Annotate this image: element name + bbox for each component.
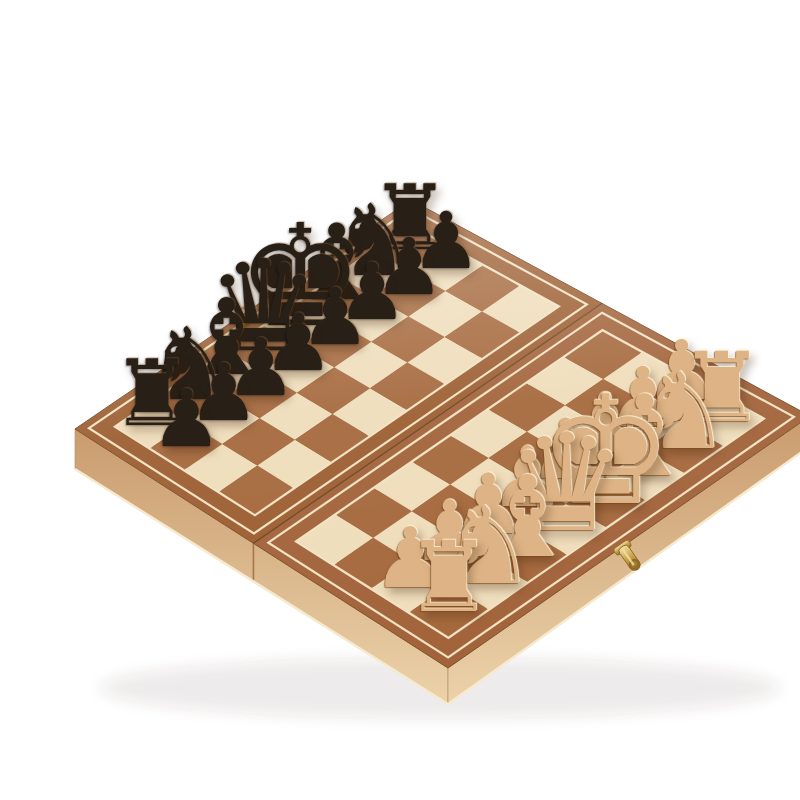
piece-white-rook: ♜ (405, 529, 493, 627)
pieces-layer: ♜♟♞♟♝♟♚♟♛♟♝♟♟♞♟♜♜♟♟♞♟♝♟♚♟♛♟♝♟♞♟♜ (40, 16, 800, 800)
piece-black-pawn: ♟ (151, 379, 222, 459)
chess-set-product-photo: ♜♟♞♟♝♟♚♟♛♟♝♟♟♞♟♜♜♟♟♞♟♝♟♚♟♛♟♝♟♞♟♜ (40, 16, 800, 800)
